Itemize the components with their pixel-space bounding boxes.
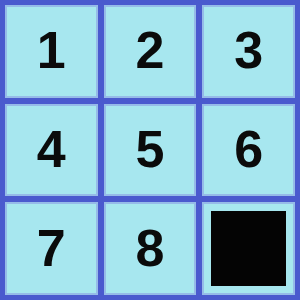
tile-4-label: 4 — [37, 123, 66, 175]
tile-3-label: 3 — [234, 24, 263, 76]
tile-8-label: 8 — [136, 222, 165, 274]
tile-6[interactable]: 6 — [202, 104, 295, 197]
blank-square-marker — [211, 211, 285, 285]
tile-1[interactable]: 1 — [5, 5, 98, 98]
puzzle-board: 1 2 3 4 5 6 7 8 — [0, 0, 300, 300]
tile-2-label: 2 — [136, 24, 165, 76]
tile-3[interactable]: 3 — [202, 5, 295, 98]
tile-6-label: 6 — [234, 123, 263, 175]
puzzle-grid: 1 2 3 4 5 6 7 8 — [5, 5, 295, 295]
tile-8[interactable]: 8 — [104, 202, 197, 295]
blank-tile[interactable] — [202, 202, 295, 295]
tile-7-label: 7 — [37, 222, 66, 274]
tile-5[interactable]: 5 — [104, 104, 197, 197]
tile-5-label: 5 — [136, 123, 165, 175]
tile-4[interactable]: 4 — [5, 104, 98, 197]
tile-7[interactable]: 7 — [5, 202, 98, 295]
tile-2[interactable]: 2 — [104, 5, 197, 98]
tile-1-label: 1 — [37, 24, 66, 76]
